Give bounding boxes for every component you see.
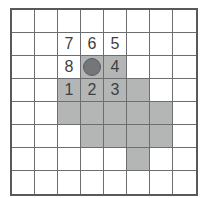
grid-cell-r4c6[interactable] [127,79,150,102]
grid-cell-r3c3[interactable]: 8 [58,56,81,79]
grid-cell-r7c6[interactable] [127,148,150,171]
grid-cell-r7c1[interactable] [12,148,35,171]
grid-cell-r6c3[interactable] [58,125,81,148]
grid-cell-r2c3[interactable]: 7 [58,33,81,56]
grid-cell-r1c7[interactable] [150,10,173,33]
grid-cell-r5c3[interactable] [58,102,81,125]
grid-cell-r2c1[interactable] [12,33,35,56]
grid-cell-r3c6[interactable] [127,56,150,79]
grid-cell-r2c7[interactable] [150,33,173,56]
grid-cell-r2c6[interactable] [127,33,150,56]
neighbor-number-label: 7 [65,36,74,52]
diagram-canvas: 76584123 [0,0,208,198]
grid-cell-r1c5[interactable] [104,10,127,33]
grid-cell-r3c4[interactable] [81,56,104,79]
grid-cell-r4c4[interactable]: 2 [81,79,104,102]
grid-cell-r6c5[interactable] [104,125,127,148]
grid-cell-r4c1[interactable] [12,79,35,102]
grid-cell-r8c1[interactable] [12,171,35,194]
grid-cell-r6c4[interactable] [81,125,104,148]
grid-cell-r4c3[interactable]: 1 [58,79,81,102]
grid-cell-r8c8[interactable] [173,171,196,194]
neighbor-number-label: 3 [111,82,120,98]
grid-cell-r6c8[interactable] [173,125,196,148]
grid-cell-r8c2[interactable] [35,171,58,194]
grid-cell-r5c5[interactable] [104,102,127,125]
grid-cell-r4c5[interactable]: 3 [104,79,127,102]
grid-cell-r8c6[interactable] [127,171,150,194]
grid-cell-r5c4[interactable] [81,102,104,125]
neighbor-number-label: 1 [65,82,74,98]
grid-cell-r7c7[interactable] [150,148,173,171]
grid-cell-r1c1[interactable] [12,10,35,33]
grid-cell-r6c7[interactable] [150,125,173,148]
grid-cell-r6c6[interactable] [127,125,150,148]
grid-cell-r1c2[interactable] [35,10,58,33]
grid-cell-r5c1[interactable] [12,102,35,125]
grid-cell-r1c8[interactable] [173,10,196,33]
neighbor-number-label: 6 [88,36,97,52]
neighbor-number-label: 4 [111,59,120,75]
grid-cell-r1c4[interactable] [81,10,104,33]
grid-cell-r2c8[interactable] [173,33,196,56]
grid-cell-r6c1[interactable] [12,125,35,148]
grid-cell-r3c5[interactable]: 4 [104,56,127,79]
grid-cell-r7c8[interactable] [173,148,196,171]
grid-cell-r5c6[interactable] [127,102,150,125]
grid-cell-r7c3[interactable] [58,148,81,171]
grid-cell-r2c2[interactable] [35,33,58,56]
grid-cell-r3c8[interactable] [173,56,196,79]
neighbor-number-label: 5 [111,36,120,52]
center-cell-circle-marker [83,58,101,76]
grid-cell-r8c5[interactable] [104,171,127,194]
grid-cell-r1c3[interactable] [58,10,81,33]
grid-cell-r5c7[interactable] [150,102,173,125]
grid-cell-r5c8[interactable] [173,102,196,125]
grid-cell-r8c7[interactable] [150,171,173,194]
minesweeper-board: 76584123 [10,8,198,196]
grid-cell-r4c2[interactable] [35,79,58,102]
grid-cell-r7c2[interactable] [35,148,58,171]
grid-cell-r7c5[interactable] [104,148,127,171]
grid-cell-r4c8[interactable] [173,79,196,102]
neighbor-number-label: 2 [88,82,97,98]
grid-cell-r5c2[interactable] [35,102,58,125]
grid-cell-r6c2[interactable] [35,125,58,148]
grid-cell-r2c5[interactable]: 5 [104,33,127,56]
grid-cell-r1c6[interactable] [127,10,150,33]
grid-cell-r4c7[interactable] [150,79,173,102]
grid-cell-r8c4[interactable] [81,171,104,194]
grid-cell-r3c7[interactable] [150,56,173,79]
grid-cell-r2c4[interactable]: 6 [81,33,104,56]
grid-cell-r8c3[interactable] [58,171,81,194]
neighbor-number-label: 8 [65,59,74,75]
grid-cell-r3c1[interactable] [12,56,35,79]
grid-cell-r3c2[interactable] [35,56,58,79]
grid-cell-r7c4[interactable] [81,148,104,171]
